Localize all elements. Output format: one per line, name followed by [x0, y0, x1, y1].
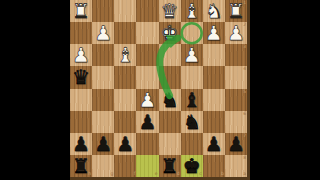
- square-e2[interactable]: [136, 22, 158, 44]
- video-frame: ♜♛♝♞♜1♟♚♟♟2♟♝♟3♛4♟♞♝5♟♞6♟♟♟♟♟7♜hgfe♜d♚cb…: [0, 0, 320, 180]
- square-b5[interactable]: [203, 89, 225, 111]
- square-f4[interactable]: [114, 66, 136, 88]
- coord-rank-6: 6: [243, 112, 246, 117]
- square-f5[interactable]: [114, 89, 136, 111]
- white-rook-h1[interactable]: ♜: [72, 0, 90, 22]
- black-rook-d8[interactable]: ♜: [161, 155, 179, 177]
- coord-file-g: g: [110, 172, 113, 177]
- white-rook-a1[interactable]: ♜: [227, 0, 245, 22]
- black-king-c8[interactable]: ♚: [183, 155, 201, 177]
- square-c6[interactable]: ♞: [181, 111, 203, 133]
- square-a3[interactable]: 3: [225, 44, 247, 66]
- square-d8[interactable]: ♜d: [159, 155, 181, 177]
- square-a4[interactable]: 4: [225, 66, 247, 88]
- square-a8[interactable]: a8: [225, 155, 247, 177]
- white-pawn-e5[interactable]: ♟: [138, 89, 156, 111]
- square-f8[interactable]: f: [114, 155, 136, 177]
- square-h1[interactable]: ♜: [70, 0, 92, 22]
- black-pawn-a7[interactable]: ♟: [227, 133, 245, 155]
- square-e6[interactable]: ♟: [136, 111, 158, 133]
- black-pawn-e6[interactable]: ♟: [138, 111, 156, 133]
- square-h4[interactable]: ♛: [70, 66, 92, 88]
- white-pawn-b2[interactable]: ♟: [205, 22, 223, 44]
- square-f7[interactable]: ♟: [114, 133, 136, 155]
- black-rook-h8[interactable]: ♜: [72, 155, 90, 177]
- coord-rank-5: 5: [243, 90, 246, 95]
- black-knight-d5[interactable]: ♞: [161, 89, 179, 111]
- square-b8[interactable]: b: [203, 155, 225, 177]
- square-h7[interactable]: ♟: [70, 133, 92, 155]
- square-f2[interactable]: [114, 22, 136, 44]
- square-c1[interactable]: ♝: [181, 0, 203, 22]
- white-pawn-g2[interactable]: ♟: [94, 22, 112, 44]
- square-e8[interactable]: e: [136, 155, 158, 177]
- square-b4[interactable]: [203, 66, 225, 88]
- square-d7[interactable]: [159, 133, 181, 155]
- coord-file-e: e: [155, 172, 158, 177]
- black-pawn-f7[interactable]: ♟: [116, 133, 134, 155]
- black-knight-c6[interactable]: ♞: [183, 111, 201, 133]
- square-b1[interactable]: ♞: [203, 0, 225, 22]
- black-bishop-c5[interactable]: ♝: [183, 89, 201, 111]
- square-h3[interactable]: ♟: [70, 44, 92, 66]
- square-h8[interactable]: ♜h: [70, 155, 92, 177]
- square-h5[interactable]: [70, 89, 92, 111]
- square-b2[interactable]: ♟: [203, 22, 225, 44]
- square-h6[interactable]: [70, 111, 92, 133]
- letterbox-right: [250, 0, 320, 180]
- square-g8[interactable]: g: [92, 155, 114, 177]
- square-d3[interactable]: [159, 44, 181, 66]
- coord-file-a: a: [243, 172, 246, 177]
- square-a1[interactable]: ♜1: [225, 0, 247, 22]
- square-g5[interactable]: [92, 89, 114, 111]
- black-queen-h4[interactable]: ♛: [72, 66, 90, 88]
- square-g6[interactable]: [92, 111, 114, 133]
- square-g4[interactable]: [92, 66, 114, 88]
- square-d5[interactable]: ♞: [159, 89, 181, 111]
- black-pawn-b7[interactable]: ♟: [205, 133, 223, 155]
- square-f1[interactable]: [114, 0, 136, 22]
- square-f3[interactable]: ♝: [114, 44, 136, 66]
- white-bishop-f3[interactable]: ♝: [116, 44, 134, 66]
- square-g2[interactable]: ♟: [92, 22, 114, 44]
- square-d1[interactable]: ♛: [159, 0, 181, 22]
- coord-rank-4: 4: [243, 67, 246, 72]
- square-e3[interactable]: [136, 44, 158, 66]
- black-pawn-g7[interactable]: ♟: [94, 133, 112, 155]
- square-c4[interactable]: [181, 66, 203, 88]
- coord-rank-8: 8: [243, 156, 246, 161]
- square-a5[interactable]: 5: [225, 89, 247, 111]
- square-c2[interactable]: [181, 22, 203, 44]
- square-e7[interactable]: [136, 133, 158, 155]
- square-d4[interactable]: [159, 66, 181, 88]
- square-d2[interactable]: ♚: [159, 22, 181, 44]
- square-a6[interactable]: 6: [225, 111, 247, 133]
- square-h2[interactable]: [70, 22, 92, 44]
- white-pawn-a2[interactable]: ♟: [227, 22, 245, 44]
- coord-rank-3: 3: [243, 45, 246, 50]
- square-c7[interactable]: [181, 133, 203, 155]
- black-pawn-h7[interactable]: ♟: [72, 133, 90, 155]
- square-c5[interactable]: ♝: [181, 89, 203, 111]
- square-g7[interactable]: ♟: [92, 133, 114, 155]
- square-e1[interactable]: [136, 0, 158, 22]
- square-c8[interactable]: ♚c: [181, 155, 203, 177]
- square-b3[interactable]: [203, 44, 225, 66]
- square-g1[interactable]: [92, 0, 114, 22]
- square-g3[interactable]: [92, 44, 114, 66]
- white-bishop-c1[interactable]: ♝: [183, 0, 201, 22]
- square-a7[interactable]: ♟7: [225, 133, 247, 155]
- square-e5[interactable]: ♟: [136, 89, 158, 111]
- chess-board[interactable]: ♜♛♝♞♜1♟♚♟♟2♟♝♟3♛4♟♞♝5♟♞6♟♟♟♟♟7♜hgfe♜d♚cb…: [70, 0, 250, 180]
- square-e4[interactable]: [136, 66, 158, 88]
- letterbox-left: [0, 0, 70, 180]
- square-a2[interactable]: ♟2: [225, 22, 247, 44]
- white-pawn-c3[interactable]: ♟: [183, 44, 201, 66]
- square-d6[interactable]: [159, 111, 181, 133]
- coord-file-f: f: [134, 172, 136, 177]
- square-b7[interactable]: ♟: [203, 133, 225, 155]
- coord-file-b: b: [221, 172, 224, 177]
- square-b6[interactable]: [203, 111, 225, 133]
- square-f6[interactable]: [114, 111, 136, 133]
- white-knight-b1[interactable]: ♞: [205, 0, 223, 22]
- white-king-d2[interactable]: ♚: [161, 22, 179, 44]
- white-pawn-h3[interactable]: ♟: [72, 44, 90, 66]
- white-queen-d1[interactable]: ♛: [161, 0, 179, 22]
- square-c3[interactable]: ♟: [181, 44, 203, 66]
